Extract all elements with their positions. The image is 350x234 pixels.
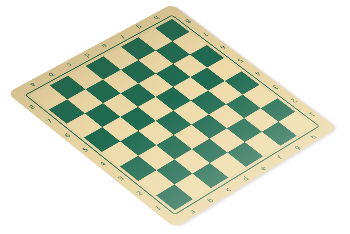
- product-photo: 87654321 87654321 abcdefgh abcdefgh: [0, 0, 350, 234]
- chess-board-grid: [31, 19, 313, 210]
- chessboard: 87654321 87654321 abcdefgh abcdefgh: [7, 4, 337, 228]
